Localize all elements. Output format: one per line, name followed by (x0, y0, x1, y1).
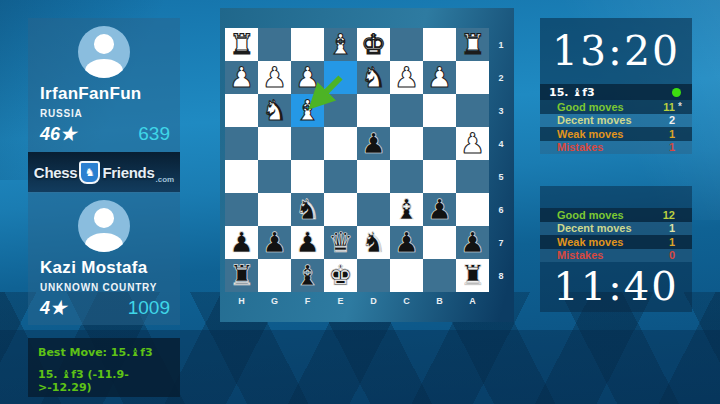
stat-row-weak: Weak moves 1 (540, 127, 692, 141)
square-e7[interactable]: ♛ (324, 226, 357, 259)
square-h6[interactable] (225, 193, 258, 226)
move-eval-label: 15. ♝f3 (-11.9->-12.29) (38, 368, 180, 394)
stat-label: Mistakes (540, 141, 649, 153)
player-name: Kazi Mostafa (40, 258, 172, 278)
square-f8[interactable]: ♝ (291, 259, 324, 292)
avatar-shoulders-shape (85, 59, 123, 78)
square-c2[interactable]: ♟ (390, 61, 423, 94)
last-move-row: 15. ♝f3 (540, 84, 692, 100)
white-pawn: ♟ (229, 61, 254, 94)
black-pawn: ♟ (361, 127, 386, 160)
stat-label: Good moves (540, 209, 649, 221)
move-quality-dot (672, 88, 681, 97)
stats-white: Good moves 11 * Decent moves 2 Weak move… (540, 100, 692, 154)
square-d7[interactable]: ♞ (357, 226, 390, 259)
knight-glyph: ♞ (85, 167, 95, 178)
file-label-H: H (225, 296, 258, 306)
stat-value: 1 (649, 222, 675, 234)
square-b4[interactable] (423, 127, 456, 160)
square-d1[interactable]: ♚ (357, 28, 390, 61)
player-stars: 4★ (40, 297, 66, 319)
stat-label: Weak moves (540, 128, 649, 140)
white-rook: ♜ (460, 28, 485, 61)
square-e1[interactable]: ♝ (324, 28, 357, 61)
square-g3[interactable]: ♞ (258, 94, 291, 127)
white-knight: ♞ (361, 61, 386, 94)
avatar-head-shape (94, 208, 114, 228)
rank-label-7: 7 (492, 226, 510, 259)
stat-value: 12 (649, 209, 675, 221)
player-card-white: IrfanFanFun RUSSIA 46★ 639 (28, 18, 180, 152)
avatar (78, 26, 130, 78)
square-f4[interactable] (291, 127, 324, 160)
clock-white: 13:20 (540, 18, 692, 84)
square-e6[interactable] (324, 193, 357, 226)
black-king: ♚ (328, 259, 353, 292)
white-pawn: ♟ (295, 61, 320, 94)
stat-label: Weak moves (540, 236, 649, 248)
white-pawn: ♟ (394, 61, 419, 94)
square-h1[interactable]: ♜ (225, 28, 258, 61)
black-rook: ♜ (460, 259, 485, 292)
player-card-black: Kazi Mostafa UNKNOWN COUNTRY 4★ 1009 (28, 192, 180, 325)
file-label-A: A (456, 296, 489, 306)
stat-suffix: * (675, 101, 692, 112)
square-f7[interactable]: ♟ (291, 226, 324, 259)
stat-label: Decent moves (540, 222, 649, 234)
black-pawn: ♟ (460, 226, 485, 259)
square-f1[interactable] (291, 28, 324, 61)
clock-black-time: 11:40 (553, 263, 678, 309)
white-rook: ♜ (229, 28, 254, 61)
clock-black: 11:40 (540, 260, 692, 312)
square-g4[interactable] (258, 127, 291, 160)
rank-labels: 12345678 (492, 28, 510, 292)
white-pawn: ♟ (460, 127, 485, 160)
square-e4[interactable] (324, 127, 357, 160)
square-c8[interactable] (390, 259, 423, 292)
rank-label-3: 3 (492, 94, 510, 127)
black-queen: ♛ (328, 226, 353, 259)
square-d5[interactable] (357, 160, 390, 193)
square-e3[interactable] (324, 94, 357, 127)
square-f5[interactable] (291, 160, 324, 193)
avatar (78, 200, 130, 252)
square-a7[interactable]: ♟ (456, 226, 489, 259)
square-e8[interactable]: ♚ (324, 259, 357, 292)
square-a8[interactable]: ♜ (456, 259, 489, 292)
white-pawn: ♟ (262, 61, 287, 94)
rank-label-2: 2 (492, 61, 510, 94)
square-h5[interactable] (225, 160, 258, 193)
stat-row-weak: Weak moves 1 (540, 235, 692, 249)
square-h4[interactable] (225, 127, 258, 160)
chessfriends-logo: Chess ♞ Friends .com (28, 152, 180, 193)
square-h3[interactable] (225, 94, 258, 127)
player-country: UNKNOWN COUNTRY (40, 282, 172, 293)
square-e2[interactable] (324, 61, 357, 94)
square-a5[interactable] (456, 160, 489, 193)
square-c4[interactable] (390, 127, 423, 160)
board-panel: ♜♝♚♜♟♟♟♞♟♟♞♝♟♟♞♝♟♟♟♟♛♞♟♟♜♝♚♜ HGFEDCBA 12… (220, 8, 514, 322)
square-d6[interactable] (357, 193, 390, 226)
player-rating: 1009 (128, 297, 170, 319)
black-rook: ♜ (229, 259, 254, 292)
app-window: IrfanFanFun RUSSIA 46★ 639 Chess ♞ Frien… (0, 0, 720, 404)
avatar-shoulders-shape (85, 233, 123, 252)
rank-label-4: 4 (492, 127, 510, 160)
stats-black: Good moves 12 Decent moves 1 Weak moves … (540, 208, 692, 262)
black-bishop: ♝ (295, 259, 320, 292)
file-label-C: C (390, 296, 423, 306)
player-stars: 46★ (40, 123, 76, 145)
square-a1[interactable]: ♜ (456, 28, 489, 61)
stat-value: 1 (649, 236, 675, 248)
stat-value: 1 (649, 141, 675, 153)
stat-value: 2 (649, 114, 675, 126)
square-b6[interactable]: ♟ (423, 193, 456, 226)
white-bishop: ♝ (328, 28, 353, 61)
best-move-panel: Best Move: 15.♝f3 15. ♝f3 (-11.9->-12.29… (28, 338, 180, 397)
square-c3[interactable] (390, 94, 423, 127)
chess-board: ♜♝♚♜♟♟♟♞♟♟♞♝♟♟♞♝♟♟♟♟♛♞♟♟♜♝♚♜ (225, 28, 489, 292)
square-c6[interactable]: ♝ (390, 193, 423, 226)
square-a2[interactable] (456, 61, 489, 94)
stat-value: 11 (649, 101, 675, 113)
square-g8[interactable] (258, 259, 291, 292)
square-e5[interactable] (324, 160, 357, 193)
stat-row-decent: Decent moves 2 (540, 114, 692, 128)
square-g6[interactable] (258, 193, 291, 226)
square-c1[interactable] (390, 28, 423, 61)
square-f3[interactable]: ♝ (291, 94, 324, 127)
black-bishop: ♝ (394, 193, 419, 226)
square-h2[interactable]: ♟ (225, 61, 258, 94)
black-pawn: ♟ (262, 226, 287, 259)
stat-row-good: Good moves 12 (540, 208, 692, 222)
stat-row-mistakes: Mistakes 1 (540, 141, 692, 155)
black-pawn: ♟ (295, 226, 320, 259)
square-h7[interactable]: ♟ (225, 226, 258, 259)
square-b7[interactable] (423, 226, 456, 259)
square-a3[interactable] (456, 94, 489, 127)
logo-text-com: .com (155, 175, 174, 184)
square-g2[interactable]: ♟ (258, 61, 291, 94)
file-label-G: G (258, 296, 291, 306)
square-b1[interactable] (423, 28, 456, 61)
player-rating: 639 (138, 123, 170, 145)
square-d3[interactable] (357, 94, 390, 127)
stat-label: Good moves (540, 101, 649, 113)
player-name: IrfanFanFun (40, 84, 172, 104)
file-label-D: D (357, 296, 390, 306)
file-label-E: E (324, 296, 357, 306)
black-knight: ♞ (295, 193, 320, 226)
square-d8[interactable] (357, 259, 390, 292)
square-b3[interactable] (423, 94, 456, 127)
logo-text-friends: Friends (102, 164, 154, 181)
square-d4[interactable]: ♟ (357, 127, 390, 160)
square-c5[interactable] (390, 160, 423, 193)
stat-value: 1 (649, 128, 675, 140)
square-a4[interactable]: ♟ (456, 127, 489, 160)
square-f2[interactable]: ♟ (291, 61, 324, 94)
white-bishop: ♝ (295, 94, 320, 127)
white-king: ♚ (361, 28, 386, 61)
rank-label-1: 1 (492, 28, 510, 61)
rank-label-8: 8 (492, 259, 510, 292)
file-label-F: F (291, 296, 324, 306)
file-labels: HGFEDCBA (225, 296, 489, 306)
best-move-label: Best Move: 15.♝f3 (38, 346, 180, 359)
square-b5[interactable] (423, 160, 456, 193)
last-move-label: 15. ♝f3 (540, 86, 672, 99)
black-pawn: ♟ (229, 226, 254, 259)
avatar-head-shape (94, 34, 114, 54)
stat-label: Decent moves (540, 114, 649, 126)
black-pawn: ♟ (394, 226, 419, 259)
shield-knight-icon: ♞ (79, 161, 100, 184)
square-g1[interactable] (258, 28, 291, 61)
square-h8[interactable]: ♜ (225, 259, 258, 292)
white-pawn: ♟ (427, 61, 452, 94)
white-knight: ♞ (262, 94, 287, 127)
logo-text-chess: Chess (34, 164, 78, 181)
square-b8[interactable] (423, 259, 456, 292)
square-a6[interactable] (456, 193, 489, 226)
player-country: RUSSIA (40, 108, 172, 119)
square-g7[interactable]: ♟ (258, 226, 291, 259)
clock-white-time: 13:20 (552, 27, 680, 75)
stats-black-panel: Good moves 12 Decent moves 1 Weak moves … (540, 186, 692, 312)
rank-label-5: 5 (492, 160, 510, 193)
stat-row-good: Good moves 11 * (540, 100, 692, 114)
square-d2[interactable]: ♞ (357, 61, 390, 94)
square-f6[interactable]: ♞ (291, 193, 324, 226)
black-pawn: ♟ (427, 193, 452, 226)
black-knight: ♞ (361, 226, 386, 259)
file-label-B: B (423, 296, 456, 306)
square-g5[interactable] (258, 160, 291, 193)
square-c7[interactable]: ♟ (390, 226, 423, 259)
stat-row-decent: Decent moves 1 (540, 222, 692, 236)
square-b2[interactable]: ♟ (423, 61, 456, 94)
rank-label-6: 6 (492, 193, 510, 226)
